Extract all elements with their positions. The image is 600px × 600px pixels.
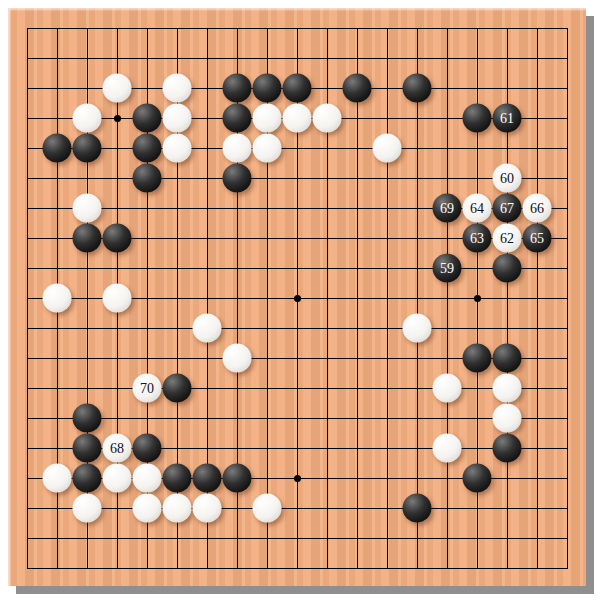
stone-black[interactable] [43, 134, 72, 163]
stone-black[interactable] [493, 434, 522, 463]
move-number-label: 62 [500, 231, 514, 245]
stone-black[interactable] [133, 164, 162, 193]
stone-white[interactable] [253, 134, 282, 163]
stone-black[interactable]: 69 [433, 194, 462, 223]
stone-black[interactable]: 63 [463, 224, 492, 253]
stone-white[interactable] [253, 494, 282, 523]
stone-black[interactable]: 67 [493, 194, 522, 223]
stone-black[interactable] [133, 434, 162, 463]
stone-white[interactable]: 68 [103, 434, 132, 463]
stone-black[interactable] [163, 464, 192, 493]
board-grid[interactable]: 616069646766636265597068 [27, 28, 568, 569]
page: { "game": "go", "board": { "size": 19, "… [0, 0, 600, 600]
stone-white[interactable] [493, 404, 522, 433]
move-number-label: 69 [440, 201, 454, 215]
stone-black[interactable] [73, 434, 102, 463]
stone-black[interactable] [463, 104, 492, 133]
stone-white[interactable] [223, 134, 252, 163]
stone-black[interactable] [163, 374, 192, 403]
stone-white[interactable] [493, 374, 522, 403]
stone-black[interactable] [253, 74, 282, 103]
stone-white[interactable]: 62 [493, 224, 522, 253]
stone-white[interactable]: 64 [463, 194, 492, 223]
stone-black[interactable] [403, 74, 432, 103]
stone-black[interactable] [463, 464, 492, 493]
stone-black[interactable]: 65 [523, 224, 552, 253]
stone-white[interactable] [193, 314, 222, 343]
stone-black[interactable] [223, 104, 252, 133]
move-number-label: 59 [440, 261, 454, 275]
move-number-label: 65 [530, 231, 544, 245]
stone-white[interactable] [133, 464, 162, 493]
stone-black[interactable] [463, 344, 492, 373]
stone-black[interactable] [223, 164, 252, 193]
stone-black[interactable] [493, 254, 522, 283]
stone-white[interactable] [373, 134, 402, 163]
go-board[interactable]: 616069646766636265597068 [8, 8, 586, 586]
stone-white[interactable] [103, 464, 132, 493]
move-number-label: 68 [110, 441, 124, 455]
stone-white[interactable] [433, 434, 462, 463]
stone-white[interactable] [253, 104, 282, 133]
move-number-label: 70 [140, 381, 154, 395]
stone-white[interactable]: 66 [523, 194, 552, 223]
stone-black[interactable] [343, 74, 372, 103]
stone-white[interactable] [163, 134, 192, 163]
stone-white[interactable] [403, 314, 432, 343]
stone-black[interactable] [193, 464, 222, 493]
move-number-label: 67 [500, 201, 514, 215]
stone-white[interactable] [163, 104, 192, 133]
stone-black[interactable] [223, 74, 252, 103]
stone-black[interactable] [403, 494, 432, 523]
stone-black[interactable] [133, 134, 162, 163]
stone-black[interactable] [493, 344, 522, 373]
stone-white[interactable] [73, 104, 102, 133]
stone-black[interactable]: 59 [433, 254, 462, 283]
stone-white[interactable] [433, 374, 462, 403]
stone-white[interactable]: 60 [493, 164, 522, 193]
stone-black[interactable] [73, 464, 102, 493]
stone-white[interactable] [223, 344, 252, 373]
stone-black[interactable] [73, 404, 102, 433]
star-point [474, 295, 481, 302]
move-number-label: 60 [500, 171, 514, 185]
stone-white[interactable] [163, 74, 192, 103]
star-point [294, 295, 301, 302]
stone-white[interactable] [73, 494, 102, 523]
stone-white[interactable] [43, 284, 72, 313]
stone-white[interactable] [103, 74, 132, 103]
stone-black[interactable] [103, 224, 132, 253]
star-point [294, 475, 301, 482]
stone-white[interactable]: 70 [133, 374, 162, 403]
stone-black[interactable]: 61 [493, 104, 522, 133]
stone-black[interactable] [223, 464, 252, 493]
stone-white[interactable] [163, 494, 192, 523]
stone-black[interactable] [133, 104, 162, 133]
stone-black[interactable] [283, 74, 312, 103]
move-number-label: 63 [470, 231, 484, 245]
stone-white[interactable] [193, 494, 222, 523]
stone-black[interactable] [73, 134, 102, 163]
stone-white[interactable] [73, 194, 102, 223]
stone-white[interactable] [133, 494, 162, 523]
move-number-label: 66 [530, 201, 544, 215]
star-point [114, 115, 121, 122]
stone-black[interactable] [73, 224, 102, 253]
stone-white[interactable] [283, 104, 312, 133]
stone-white[interactable] [313, 104, 342, 133]
move-number-label: 64 [470, 201, 484, 215]
stone-white[interactable] [43, 464, 72, 493]
move-number-label: 61 [500, 111, 514, 125]
stone-white[interactable] [103, 284, 132, 313]
